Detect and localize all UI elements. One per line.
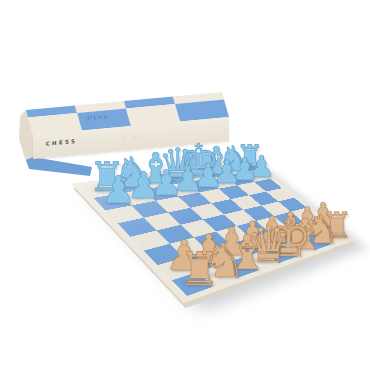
piece-contact-shadow bbox=[239, 245, 255, 249]
piece-blue-p-c7: ♟ bbox=[150, 165, 171, 201]
piece-wood-k-e1: ♚ bbox=[265, 212, 296, 264]
piece-wood-p-b2: ♟ bbox=[191, 229, 215, 269]
piece-contact-shadow bbox=[153, 191, 169, 195]
piece-contact-shadow bbox=[250, 174, 263, 177]
piece-contact-shadow bbox=[269, 251, 292, 256]
piece-contact-shadow bbox=[221, 168, 237, 172]
piece-blue-r-h8: ♜ bbox=[236, 141, 255, 173]
piece-wood-p-a2: ♟ bbox=[165, 235, 190, 277]
product-photo-scene: Play CHESS ··· | ····· | ··· ♜♞♝♚♟♛♟♟♝♟♞… bbox=[0, 0, 370, 370]
piece-contact-shadow bbox=[104, 200, 121, 204]
piece-contact-shadow bbox=[233, 177, 247, 180]
piece-contact-shadow bbox=[295, 229, 310, 232]
piece-contact-shadow bbox=[130, 195, 146, 199]
piece-contact-shadow bbox=[250, 258, 272, 263]
piece-contact-shadow bbox=[175, 187, 190, 190]
piece-contact-shadow bbox=[290, 245, 309, 249]
piece-wood-n-b1: ♞ bbox=[203, 237, 232, 285]
piece-blue-b-c8: ♝ bbox=[137, 148, 162, 190]
piece-wood-p-e2: ♟ bbox=[256, 212, 278, 248]
piece-contact-shadow bbox=[307, 240, 324, 244]
piece-blue-p-f7: ♟ bbox=[213, 156, 232, 188]
piece-contact-shadow bbox=[181, 173, 201, 178]
piece-wood-p-f2: ♟ bbox=[275, 208, 296, 243]
piece-contact-shadow bbox=[215, 180, 229, 183]
piece-contact-shadow bbox=[202, 170, 219, 174]
piece-wood-p-d2: ♟ bbox=[236, 217, 258, 254]
piece-wood-r-h1: ♜ bbox=[321, 208, 342, 244]
piece-blue-r-a8: ♜ bbox=[89, 157, 113, 198]
piece-contact-shadow bbox=[311, 224, 325, 227]
piece-wood-b-f1: ♝ bbox=[286, 213, 312, 256]
piece-wood-p-g2: ♟ bbox=[292, 203, 312, 237]
piece-wood-b-c1: ♝ bbox=[226, 229, 255, 277]
piece-blue-p-h7: ♟ bbox=[248, 152, 266, 182]
chess-pieces-layer: ♜♞♝♚♟♛♟♟♝♟♞♟♜♟♟♟♟♟♟♜♟♞♟♝♚♟♛♟♝♟♞♜ bbox=[0, 0, 370, 370]
piece-wood-r-a1: ♜ bbox=[179, 246, 207, 292]
piece-blue-p-e7: ♟ bbox=[193, 159, 213, 192]
piece-contact-shadow bbox=[169, 266, 188, 270]
piece-contact-shadow bbox=[182, 281, 202, 286]
piece-contact-shadow bbox=[217, 252, 234, 256]
piece-wood-n-g1: ♞ bbox=[304, 210, 328, 250]
piece-blue-n-g8: ♞ bbox=[218, 141, 239, 177]
piece-contact-shadow bbox=[162, 176, 182, 180]
piece-contact-shadow bbox=[117, 184, 135, 188]
piece-blue-p-d7: ♟ bbox=[173, 162, 194, 196]
piece-blue-k-e8: ♚ bbox=[178, 138, 206, 184]
piece-contact-shadow bbox=[238, 165, 252, 168]
piece-contact-shadow bbox=[277, 234, 292, 237]
piece-blue-q-d8: ♛ bbox=[158, 143, 185, 187]
piece-blue-b-f8: ♝ bbox=[199, 142, 222, 180]
piece-contact-shadow bbox=[259, 239, 275, 243]
piece-contact-shadow bbox=[196, 184, 211, 187]
piece-contact-shadow bbox=[194, 259, 212, 263]
piece-blue-p-g7: ♟ bbox=[231, 154, 250, 185]
piece-contact-shadow bbox=[324, 234, 340, 238]
piece-wood-p-c2: ♟ bbox=[214, 223, 237, 262]
piece-contact-shadow bbox=[207, 273, 228, 278]
piece-wood-p-h2: ♟ bbox=[308, 199, 328, 232]
piece-blue-n-b8: ♞ bbox=[114, 152, 139, 194]
piece-contact-shadow bbox=[92, 188, 110, 192]
piece-blue-p-a7: ♟ bbox=[101, 171, 124, 209]
piece-contact-shadow bbox=[230, 265, 251, 270]
piece-blue-p-b7: ♟ bbox=[127, 168, 149, 205]
piece-contact-shadow bbox=[140, 180, 159, 184]
piece-wood-q-d1: ♛ bbox=[246, 220, 276, 270]
